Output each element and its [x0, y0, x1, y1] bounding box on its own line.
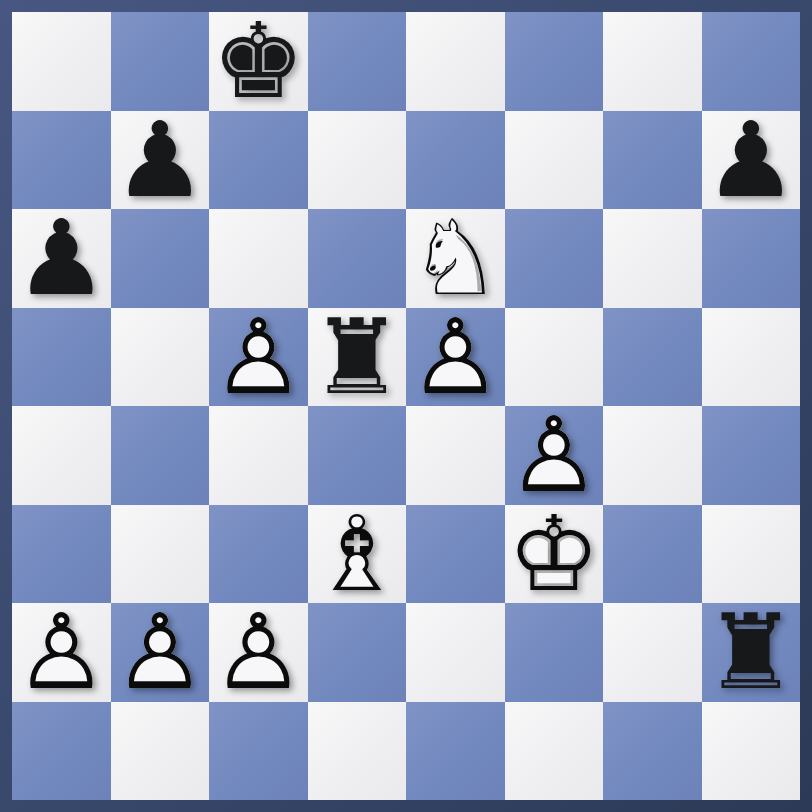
- square-g2[interactable]: [603, 603, 702, 702]
- square-a8[interactable]: [12, 12, 111, 111]
- white-bishop-outline-icon: ♗: [310, 502, 403, 606]
- black-rook-piece[interactable]: ♜: [308, 308, 407, 407]
- square-f6[interactable]: [505, 209, 604, 308]
- square-f2[interactable]: [505, 603, 604, 702]
- square-d7[interactable]: [308, 111, 407, 210]
- black-pawn-icon: ♟: [704, 108, 797, 212]
- square-d5[interactable]: ♜: [308, 308, 407, 407]
- square-c3[interactable]: [209, 505, 308, 604]
- square-d2[interactable]: [308, 603, 407, 702]
- square-c4[interactable]: [209, 406, 308, 505]
- square-c1[interactable]: [209, 702, 308, 801]
- square-e4[interactable]: [406, 406, 505, 505]
- chess-board: ♚♟♟♟♞♘♟♙♜♟♙♟♙♝♗♚♔♟♙♟♙♟♙♜: [0, 0, 812, 812]
- square-f3[interactable]: ♚♔: [505, 505, 604, 604]
- square-e6[interactable]: ♞♘: [406, 209, 505, 308]
- square-b6[interactable]: [111, 209, 210, 308]
- square-d4[interactable]: [308, 406, 407, 505]
- square-c8[interactable]: ♚: [209, 12, 308, 111]
- white-pawn-piece[interactable]: ♟♙: [12, 603, 111, 702]
- square-d3[interactable]: ♝♗: [308, 505, 407, 604]
- square-f8[interactable]: [505, 12, 604, 111]
- white-pawn-piece[interactable]: ♟♙: [209, 308, 308, 407]
- white-pawn-piece[interactable]: ♟♙: [209, 603, 308, 702]
- white-pawn-outline-icon: ♙: [409, 305, 502, 409]
- square-g6[interactable]: [603, 209, 702, 308]
- square-e8[interactable]: [406, 12, 505, 111]
- square-f4[interactable]: ♟♙: [505, 406, 604, 505]
- square-d8[interactable]: [308, 12, 407, 111]
- square-d6[interactable]: [308, 209, 407, 308]
- white-pawn-outline-icon: ♙: [212, 305, 305, 409]
- white-king-piece[interactable]: ♚♔: [505, 505, 604, 604]
- square-b5[interactable]: [111, 308, 210, 407]
- white-pawn-outline-icon: ♙: [212, 600, 305, 704]
- square-b3[interactable]: [111, 505, 210, 604]
- square-c5[interactable]: ♟♙: [209, 308, 308, 407]
- square-h2[interactable]: ♜: [702, 603, 801, 702]
- square-a3[interactable]: [12, 505, 111, 604]
- square-e7[interactable]: [406, 111, 505, 210]
- square-h7[interactable]: ♟: [702, 111, 801, 210]
- square-h5[interactable]: [702, 308, 801, 407]
- square-g4[interactable]: [603, 406, 702, 505]
- square-a7[interactable]: [12, 111, 111, 210]
- square-d1[interactable]: [308, 702, 407, 801]
- white-pawn-outline-icon: ♙: [507, 403, 600, 507]
- square-e1[interactable]: [406, 702, 505, 801]
- square-h1[interactable]: [702, 702, 801, 801]
- square-a6[interactable]: ♟: [12, 209, 111, 308]
- square-b1[interactable]: [111, 702, 210, 801]
- square-g3[interactable]: [603, 505, 702, 604]
- white-pawn-piece[interactable]: ♟♙: [505, 406, 604, 505]
- square-f7[interactable]: [505, 111, 604, 210]
- square-h8[interactable]: [702, 12, 801, 111]
- square-b2[interactable]: ♟♙: [111, 603, 210, 702]
- white-pawn-piece[interactable]: ♟♙: [111, 603, 210, 702]
- square-b8[interactable]: [111, 12, 210, 111]
- black-rook-icon: ♜: [704, 600, 797, 704]
- square-a2[interactable]: ♟♙: [12, 603, 111, 702]
- square-c7[interactable]: [209, 111, 308, 210]
- white-knight-piece[interactable]: ♞♘: [406, 209, 505, 308]
- black-pawn-piece[interactable]: ♟: [12, 209, 111, 308]
- square-b4[interactable]: [111, 406, 210, 505]
- square-e2[interactable]: [406, 603, 505, 702]
- black-king-icon: ♚: [212, 9, 305, 113]
- square-g5[interactable]: [603, 308, 702, 407]
- white-pawn-outline-icon: ♙: [113, 600, 206, 704]
- square-h4[interactable]: [702, 406, 801, 505]
- square-g1[interactable]: [603, 702, 702, 801]
- white-bishop-piece[interactable]: ♝♗: [308, 505, 407, 604]
- white-pawn-piece[interactable]: ♟♙: [406, 308, 505, 407]
- black-pawn-piece[interactable]: ♟: [111, 111, 210, 210]
- square-g7[interactable]: [603, 111, 702, 210]
- white-king-outline-icon: ♔: [507, 502, 600, 606]
- black-pawn-icon: ♟: [15, 206, 108, 310]
- board-grid: ♚♟♟♟♞♘♟♙♜♟♙♟♙♝♗♚♔♟♙♟♙♟♙♜: [12, 12, 800, 800]
- black-pawn-piece[interactable]: ♟: [702, 111, 801, 210]
- white-pawn-outline-icon: ♙: [15, 600, 108, 704]
- black-king-piece[interactable]: ♚: [209, 12, 308, 111]
- white-knight-outline-icon: ♘: [409, 206, 502, 310]
- black-pawn-icon: ♟: [113, 108, 206, 212]
- square-e5[interactable]: ♟♙: [406, 308, 505, 407]
- square-h6[interactable]: [702, 209, 801, 308]
- square-c2[interactable]: ♟♙: [209, 603, 308, 702]
- square-f1[interactable]: [505, 702, 604, 801]
- square-g8[interactable]: [603, 12, 702, 111]
- square-a5[interactable]: [12, 308, 111, 407]
- square-e3[interactable]: [406, 505, 505, 604]
- square-a4[interactable]: [12, 406, 111, 505]
- square-c6[interactable]: [209, 209, 308, 308]
- black-rook-piece[interactable]: ♜: [702, 603, 801, 702]
- square-a1[interactable]: [12, 702, 111, 801]
- square-h3[interactable]: [702, 505, 801, 604]
- square-b7[interactable]: ♟: [111, 111, 210, 210]
- black-rook-icon: ♜: [310, 305, 403, 409]
- square-f5[interactable]: [505, 308, 604, 407]
